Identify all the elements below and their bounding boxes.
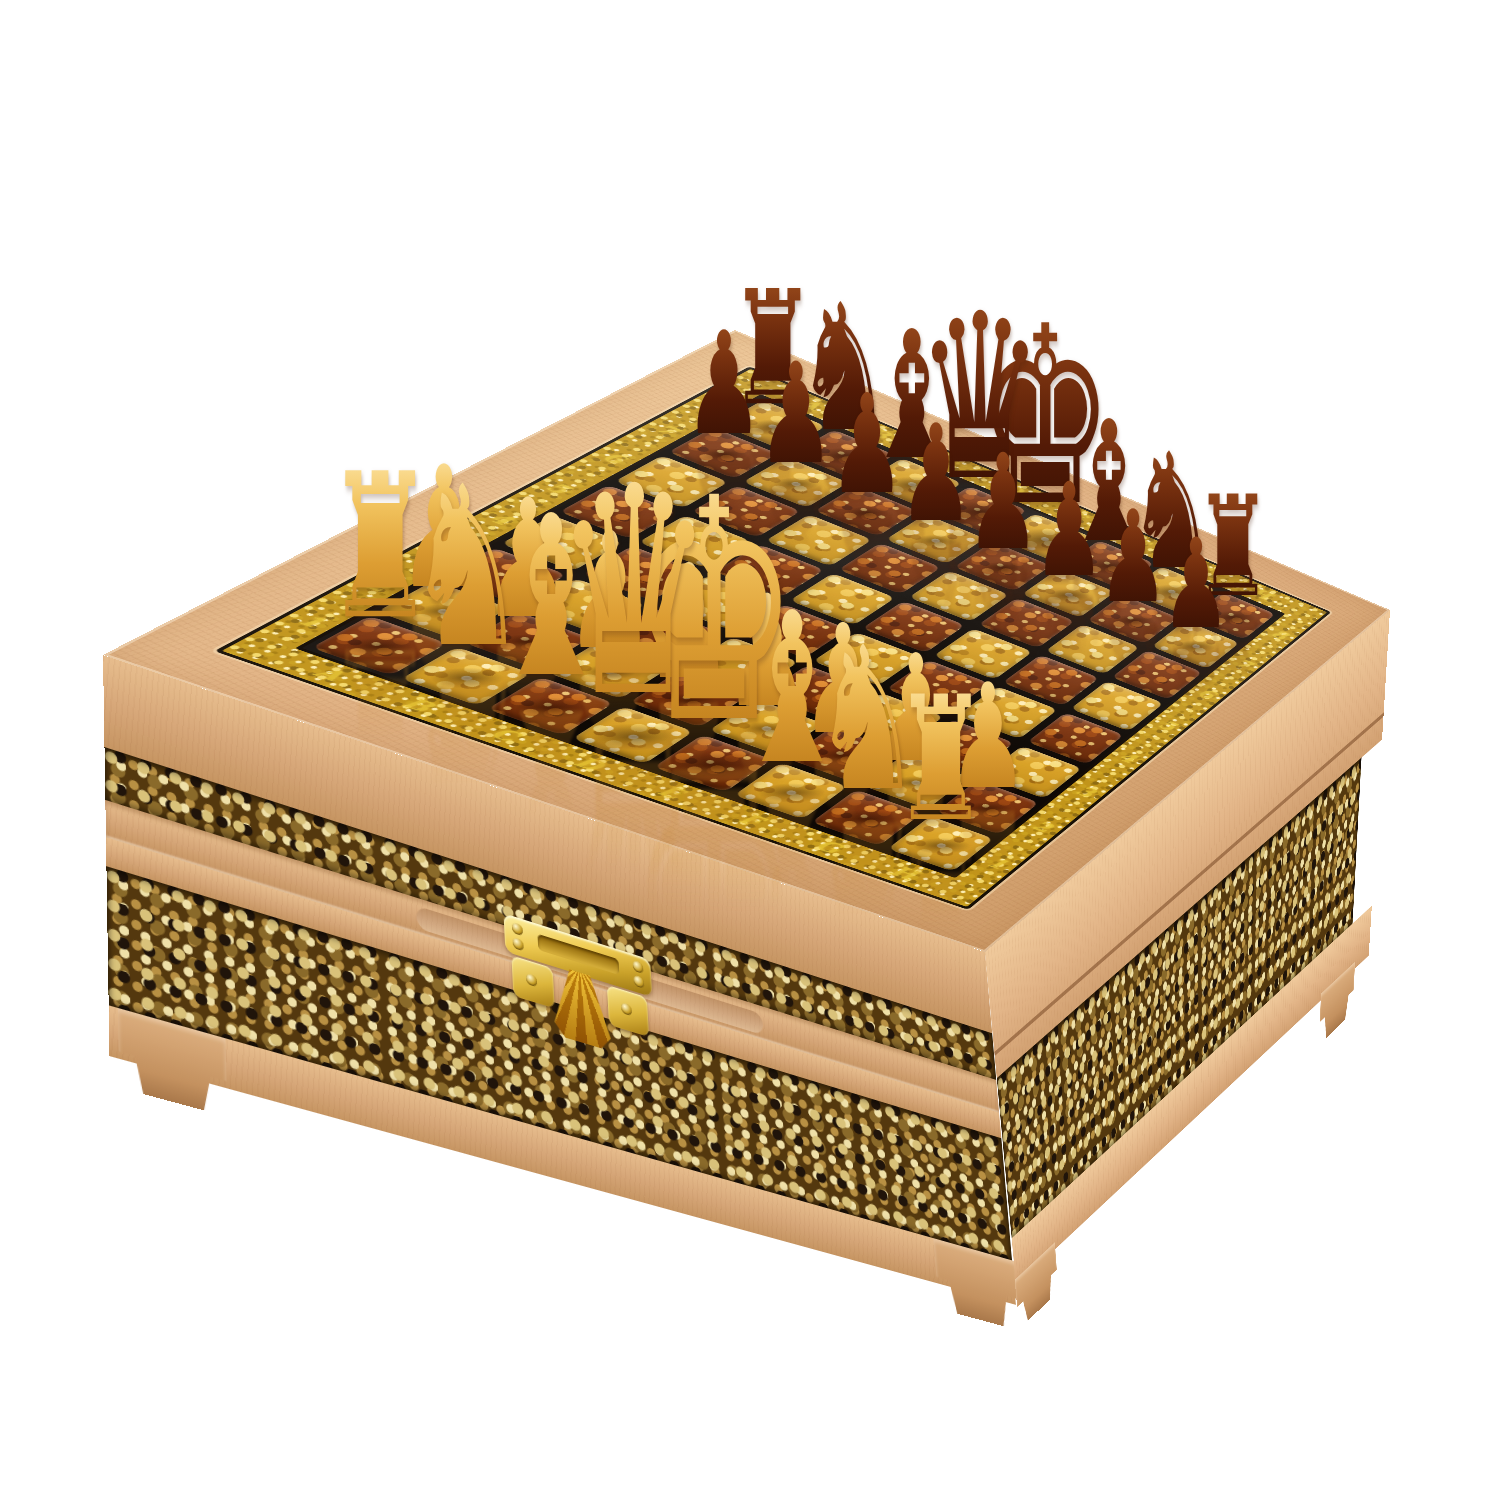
product-photo-stage: AABBCCDDEEFFGGHH1122334455667788 ♜♜♞♞♟♟♝…: [0, 0, 1500, 1500]
screw-icon: [526, 973, 537, 987]
screw-icon: [632, 960, 643, 974]
screw-icon: [512, 922, 523, 936]
screw-icon: [621, 1002, 632, 1016]
screw-icon: [512, 937, 523, 951]
screw-icon: [633, 975, 644, 989]
